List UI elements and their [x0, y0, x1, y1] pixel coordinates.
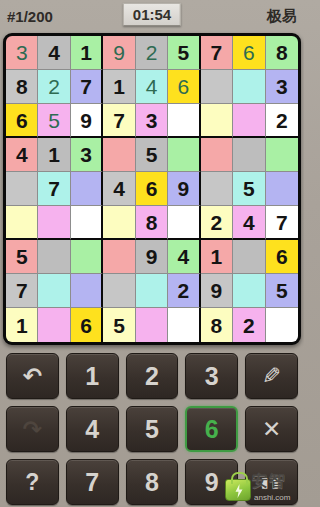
cell-r5c5[interactable]: 6: [136, 172, 168, 206]
pencil-icon: ✎: [262, 363, 281, 390]
top-bar: #1/200 01:54 极易: [0, 0, 304, 32]
cell-r7c2[interactable]: [38, 240, 70, 274]
cell-r9c3[interactable]: 6: [71, 308, 103, 342]
pencil-button[interactable]: ✎: [245, 353, 298, 399]
digit-9-button-label: 9: [205, 468, 219, 497]
cell-r4c6[interactable]: [168, 138, 200, 172]
cell-r3c7[interactable]: [201, 104, 233, 138]
digit-5-button-label: 5: [145, 415, 159, 444]
cell-r3c4[interactable]: 7: [103, 104, 135, 138]
cell-r8c7[interactable]: 9: [201, 274, 233, 308]
cell-r7c4[interactable]: [103, 240, 135, 274]
undo-button[interactable]: ↶: [6, 353, 59, 399]
cell-r1c8[interactable]: 6: [233, 36, 265, 70]
cell-r3c8[interactable]: [233, 104, 265, 138]
cell-r1c1[interactable]: 3: [6, 36, 38, 70]
cell-r2c2[interactable]: 2: [38, 70, 70, 104]
digit-9-button[interactable]: 9: [185, 459, 238, 505]
cell-r2c8[interactable]: [233, 70, 265, 104]
cell-r7c6[interactable]: 4: [168, 240, 200, 274]
cell-r4c5[interactable]: 5: [136, 138, 168, 172]
cell-r6c1[interactable]: [6, 206, 38, 240]
cell-r4c9[interactable]: [266, 138, 298, 172]
cell-r8c2[interactable]: [38, 274, 70, 308]
digit-2-button-label: 2: [145, 362, 159, 391]
cell-r7c8[interactable]: [233, 240, 265, 274]
pause-button[interactable]: ▮▮: [245, 459, 298, 505]
cell-r7c9[interactable]: 6: [266, 240, 298, 274]
cell-r6c8[interactable]: 4: [233, 206, 265, 240]
cell-r9c7[interactable]: 8: [201, 308, 233, 342]
cell-r5c4[interactable]: 4: [103, 172, 135, 206]
digit-3-button-label: 3: [205, 362, 219, 391]
clear-icon: ✕: [262, 416, 281, 443]
cell-r2c7[interactable]: [201, 70, 233, 104]
cell-r7c7[interactable]: 1: [201, 240, 233, 274]
digit-1-button-label: 1: [85, 362, 99, 391]
cell-r4c1[interactable]: 4: [6, 138, 38, 172]
cell-r9c8[interactable]: 2: [233, 308, 265, 342]
sudoku-board: 3419257688271463659732413574695824759416…: [3, 33, 301, 345]
cell-r6c9[interactable]: 7: [266, 206, 298, 240]
digit-1-button[interactable]: 1: [66, 353, 119, 399]
cell-r1c3[interactable]: 1: [71, 36, 103, 70]
cell-r1c4[interactable]: 9: [103, 36, 135, 70]
cell-r6c5[interactable]: 8: [136, 206, 168, 240]
cell-r8c6[interactable]: 2: [168, 274, 200, 308]
cell-r8c4[interactable]: [103, 274, 135, 308]
cell-r8c1[interactable]: 7: [6, 274, 38, 308]
digit-7-button[interactable]: 7: [66, 459, 119, 505]
redo-icon: ↷: [23, 416, 42, 443]
digit-6-button[interactable]: 6: [185, 406, 238, 452]
cell-r5c8[interactable]: 5: [233, 172, 265, 206]
cell-r9c1[interactable]: 1: [6, 308, 38, 342]
cell-r6c6[interactable]: [168, 206, 200, 240]
digit-7-button-label: 7: [85, 468, 99, 497]
cell-r1c6[interactable]: 5: [168, 36, 200, 70]
cell-r4c8[interactable]: [233, 138, 265, 172]
cell-r2c4[interactable]: 1: [103, 70, 135, 104]
clear-button[interactable]: ✕: [245, 406, 298, 452]
cell-r6c3[interactable]: [71, 206, 103, 240]
cell-r2c5[interactable]: 4: [136, 70, 168, 104]
cell-r3c5[interactable]: 3: [136, 104, 168, 138]
digit-4-button[interactable]: 4: [66, 406, 119, 452]
cell-r2c1[interactable]: 8: [6, 70, 38, 104]
cell-r9c2[interactable]: [38, 308, 70, 342]
cell-r5c2[interactable]: 7: [38, 172, 70, 206]
cell-r5c7[interactable]: [201, 172, 233, 206]
digit-8-button[interactable]: 8: [126, 459, 179, 505]
cell-r4c4[interactable]: [103, 138, 135, 172]
cell-r5c3[interactable]: [71, 172, 103, 206]
cell-r2c6[interactable]: 6: [168, 70, 200, 104]
pause-icon: ▮▮: [261, 474, 282, 490]
cell-r6c7[interactable]: 2: [201, 206, 233, 240]
cell-r7c1[interactable]: 5: [6, 240, 38, 274]
cell-r9c9[interactable]: [266, 308, 298, 342]
cell-r7c3[interactable]: [71, 240, 103, 274]
cell-r6c4[interactable]: [103, 206, 135, 240]
digit-6-button-label: 6: [205, 415, 219, 444]
cell-r5c1[interactable]: [6, 172, 38, 206]
cell-r5c9[interactable]: [266, 172, 298, 206]
question-icon: ?: [25, 469, 39, 496]
cell-r3c1[interactable]: 6: [6, 104, 38, 138]
cell-r4c7[interactable]: [201, 138, 233, 172]
cell-r3c2[interactable]: 5: [38, 104, 70, 138]
cell-r3c3[interactable]: 9: [71, 104, 103, 138]
cell-r9c4[interactable]: 5: [103, 308, 135, 342]
cell-r8c5[interactable]: [136, 274, 168, 308]
digit-2-button[interactable]: 2: [126, 353, 179, 399]
cell-r8c3[interactable]: [71, 274, 103, 308]
cell-r3c9[interactable]: 2: [266, 104, 298, 138]
digit-8-button-label: 8: [145, 468, 159, 497]
cell-r2c3[interactable]: 7: [71, 70, 103, 104]
cell-r9c5[interactable]: [136, 308, 168, 342]
cell-r4c3[interactable]: 3: [71, 138, 103, 172]
cell-r9c6[interactable]: [168, 308, 200, 342]
timer: 01:54: [123, 3, 181, 26]
cell-r4c2[interactable]: 1: [38, 138, 70, 172]
cell-r7c5[interactable]: 9: [136, 240, 168, 274]
cell-r2c9[interactable]: 3: [266, 70, 298, 104]
cell-r1c9[interactable]: 8: [266, 36, 298, 70]
cell-r6c2[interactable]: [38, 206, 70, 240]
cell-r3c6[interactable]: [168, 104, 200, 138]
redo-button[interactable]: ↷: [6, 406, 59, 452]
cell-r8c8[interactable]: [233, 274, 265, 308]
cell-r1c7[interactable]: 7: [201, 36, 233, 70]
difficulty-label: 极易: [267, 7, 297, 26]
keypad: ↶123✎↷456✕?789▮▮: [0, 349, 304, 507]
puzzle-index: #1/200: [7, 8, 53, 25]
cell-r5c6[interactable]: 9: [168, 172, 200, 206]
digit-3-button[interactable]: 3: [185, 353, 238, 399]
hint-button[interactable]: ?: [6, 459, 59, 505]
digit-4-button-label: 4: [85, 415, 99, 444]
undo-icon: ↶: [23, 363, 42, 390]
cell-r1c5[interactable]: 2: [136, 36, 168, 70]
digit-5-button[interactable]: 5: [126, 406, 179, 452]
cell-r1c2[interactable]: 4: [38, 36, 70, 70]
cell-r8c9[interactable]: 5: [266, 274, 298, 308]
